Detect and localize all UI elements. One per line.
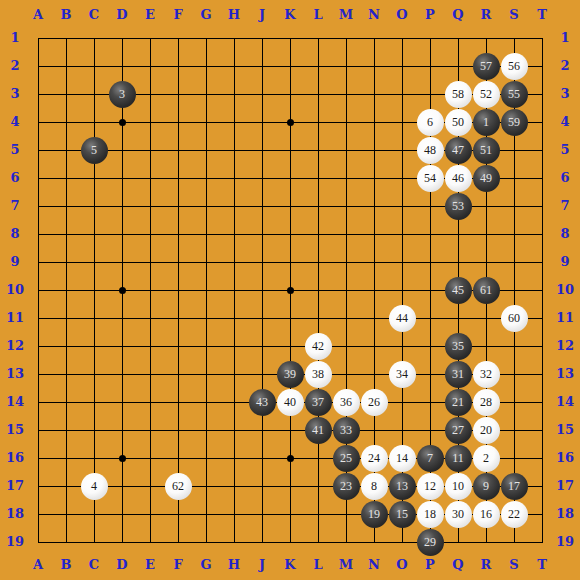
move-number: 4 [91, 480, 97, 492]
stone-white-12: 12 [417, 473, 444, 500]
move-number: 40 [284, 396, 296, 408]
stone-white-36: 36 [333, 389, 360, 416]
stone-black-23: 23 [333, 473, 360, 500]
stone-white-10: 10 [445, 473, 472, 500]
move-number: 18 [424, 508, 436, 520]
star-point [119, 119, 126, 126]
stone-white-52: 52 [473, 81, 500, 108]
stone-black-55: 55 [501, 81, 528, 108]
move-number: 31 [452, 368, 464, 380]
move-number: 57 [480, 60, 492, 72]
move-number: 9 [483, 480, 489, 492]
stone-white-22: 22 [501, 501, 528, 528]
move-number: 61 [480, 284, 492, 296]
stone-white-54: 54 [417, 165, 444, 192]
stone-white-16: 16 [473, 501, 500, 528]
stone-black-31: 31 [445, 361, 472, 388]
move-number: 12 [424, 480, 436, 492]
move-number: 24 [368, 452, 380, 464]
move-number: 1 [483, 116, 489, 128]
move-number: 10 [452, 480, 464, 492]
stone-black-29: 29 [417, 529, 444, 556]
move-number: 7 [427, 452, 433, 464]
stone-white-6: 6 [417, 109, 444, 136]
move-number: 60 [508, 312, 520, 324]
stone-white-8: 8 [361, 473, 388, 500]
stone-black-3: 3 [109, 81, 136, 108]
stone-black-41: 41 [305, 417, 332, 444]
stone-white-26: 26 [361, 389, 388, 416]
stone-black-1: 1 [473, 109, 500, 136]
move-number: 2 [483, 452, 489, 464]
move-number: 23 [340, 480, 352, 492]
stone-white-14: 14 [389, 445, 416, 472]
stone-black-51: 51 [473, 137, 500, 164]
move-number: 39 [284, 368, 296, 380]
move-number: 15 [396, 508, 408, 520]
stone-black-61: 61 [473, 277, 500, 304]
stone-white-38: 38 [305, 361, 332, 388]
move-number: 3 [119, 88, 125, 100]
move-number: 14 [396, 452, 408, 464]
stone-white-44: 44 [389, 305, 416, 332]
stone-black-47: 47 [445, 137, 472, 164]
move-number: 34 [396, 368, 408, 380]
stone-white-60: 60 [501, 305, 528, 332]
move-number: 52 [480, 88, 492, 100]
stone-white-58: 58 [445, 81, 472, 108]
move-number: 11 [452, 452, 464, 464]
star-point [119, 287, 126, 294]
move-number: 21 [452, 396, 464, 408]
move-number: 19 [368, 508, 380, 520]
stone-white-56: 56 [501, 53, 528, 80]
move-number: 37 [312, 396, 324, 408]
move-number: 29 [424, 536, 436, 548]
move-number: 8 [371, 480, 377, 492]
stone-white-42: 42 [305, 333, 332, 360]
move-number: 49 [480, 172, 492, 184]
stone-black-19: 19 [361, 501, 388, 528]
move-number: 28 [480, 396, 492, 408]
move-number: 38 [312, 368, 324, 380]
stone-black-49: 49 [473, 165, 500, 192]
star-point [287, 287, 294, 294]
move-number: 41 [312, 424, 324, 436]
go-board-grid[interactable]: 1234567891011121314151617181920212223242… [24, 24, 556, 556]
move-number: 48 [424, 144, 436, 156]
stone-black-53: 53 [445, 193, 472, 220]
move-number: 33 [340, 424, 352, 436]
stone-white-34: 34 [389, 361, 416, 388]
go-diagram: ABCDEFGHJKLMNOPQRST ABCDEFGHJKLMNOPQRST … [0, 0, 580, 580]
move-number: 6 [427, 116, 433, 128]
move-number: 59 [508, 116, 520, 128]
stone-black-33: 33 [333, 417, 360, 444]
stone-black-7: 7 [417, 445, 444, 472]
stone-black-21: 21 [445, 389, 472, 416]
move-number: 22 [508, 508, 520, 520]
move-number: 53 [452, 200, 464, 212]
move-number: 36 [340, 396, 352, 408]
star-point [119, 455, 126, 462]
stone-black-57: 57 [473, 53, 500, 80]
stone-white-62: 62 [165, 473, 192, 500]
move-number: 35 [452, 340, 464, 352]
move-number: 62 [172, 480, 184, 492]
move-number: 27 [452, 424, 464, 436]
move-number: 50 [452, 116, 464, 128]
move-number: 20 [480, 424, 492, 436]
move-number: 58 [452, 88, 464, 100]
stone-black-25: 25 [333, 445, 360, 472]
stone-black-27: 27 [445, 417, 472, 444]
stone-white-20: 20 [473, 417, 500, 444]
move-number: 32 [480, 368, 492, 380]
star-point [287, 119, 294, 126]
move-number: 47 [452, 144, 464, 156]
stone-black-45: 45 [445, 277, 472, 304]
stone-black-13: 13 [389, 473, 416, 500]
stone-white-32: 32 [473, 361, 500, 388]
move-number: 51 [480, 144, 492, 156]
stone-black-5: 5 [81, 137, 108, 164]
stone-black-37: 37 [305, 389, 332, 416]
stone-white-50: 50 [445, 109, 472, 136]
move-number: 13 [396, 480, 408, 492]
stone-black-39: 39 [277, 361, 304, 388]
stone-white-28: 28 [473, 389, 500, 416]
move-number: 5 [91, 144, 97, 156]
stone-black-43: 43 [249, 389, 276, 416]
stone-black-35: 35 [445, 333, 472, 360]
move-number: 43 [256, 396, 268, 408]
move-number: 44 [396, 312, 408, 324]
move-number: 55 [508, 88, 520, 100]
stone-black-11: 11 [445, 445, 472, 472]
stone-black-17: 17 [501, 473, 528, 500]
move-number: 54 [424, 172, 436, 184]
stone-black-9: 9 [473, 473, 500, 500]
move-number: 46 [452, 172, 464, 184]
move-number: 42 [312, 340, 324, 352]
move-number: 16 [480, 508, 492, 520]
star-point [287, 455, 294, 462]
stone-black-15: 15 [389, 501, 416, 528]
stone-white-18: 18 [417, 501, 444, 528]
move-number: 25 [340, 452, 352, 464]
stone-white-30: 30 [445, 501, 472, 528]
stone-white-48: 48 [417, 137, 444, 164]
stone-white-4: 4 [81, 473, 108, 500]
stone-black-59: 59 [501, 109, 528, 136]
move-number: 17 [508, 480, 520, 492]
move-number: 30 [452, 508, 464, 520]
move-number: 45 [452, 284, 464, 296]
stone-white-24: 24 [361, 445, 388, 472]
stone-white-40: 40 [277, 389, 304, 416]
move-number: 26 [368, 396, 380, 408]
stone-white-46: 46 [445, 165, 472, 192]
stone-white-2: 2 [473, 445, 500, 472]
move-number: 56 [508, 60, 520, 72]
